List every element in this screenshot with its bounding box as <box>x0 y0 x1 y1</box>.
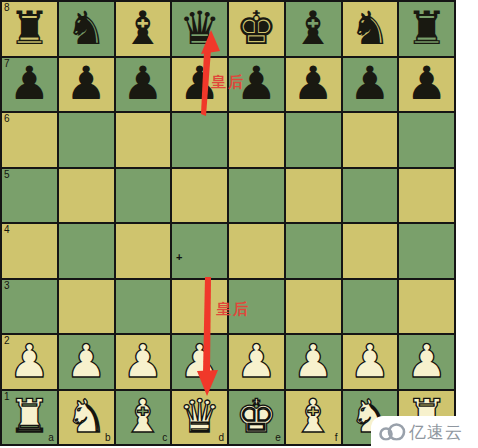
square-a8[interactable]: 8♜ <box>2 2 57 56</box>
piece-black-pawn: ♟ <box>122 60 163 106</box>
square-h2[interactable]: ♟ <box>399 335 454 389</box>
square-f4[interactable] <box>286 224 341 278</box>
square-a7[interactable]: 7♟ <box>2 58 57 112</box>
square-h5[interactable] <box>399 169 454 223</box>
piece-black-rook: ♜ <box>9 5 50 51</box>
square-h8[interactable]: ♜ <box>399 2 454 56</box>
square-f7[interactable]: ♟ <box>286 58 341 112</box>
square-a6[interactable]: 6 <box>2 113 57 167</box>
square-g2[interactable]: ♟ <box>343 335 398 389</box>
square-g4[interactable] <box>343 224 398 278</box>
square-h3[interactable] <box>399 280 454 334</box>
square-e1[interactable]: e♚ <box>229 391 284 445</box>
piece-white-bishop: ♝ <box>122 393 163 439</box>
square-g7[interactable]: ♟ <box>343 58 398 112</box>
piece-black-pawn: ♟ <box>293 60 334 106</box>
piece-white-pawn: ♟ <box>349 338 390 384</box>
square-f1[interactable]: f♝ <box>286 391 341 445</box>
square-f8[interactable]: ♝ <box>286 2 341 56</box>
piece-black-pawn: ♟ <box>66 60 107 106</box>
piece-white-pawn: ♟ <box>179 338 220 384</box>
piece-white-king: ♚ <box>236 393 277 439</box>
square-h6[interactable] <box>399 113 454 167</box>
square-a1[interactable]: 1a♜ <box>2 391 57 445</box>
file-label-f: f <box>335 433 338 443</box>
chess-screenshot: 8♜♞♝♛♚♝♞♜7♟♟♟♟♟♟♟♟65432♟♟♟♟♟♟♟♟1a♜b♞c♝d♛… <box>0 0 478 448</box>
square-b3[interactable] <box>59 280 114 334</box>
piece-white-pawn: ♟ <box>236 338 277 384</box>
square-c6[interactable] <box>116 113 171 167</box>
piece-black-queen: ♛ <box>179 5 220 51</box>
square-c1[interactable]: c♝ <box>116 391 171 445</box>
square-g8[interactable]: ♞ <box>343 2 398 56</box>
square-g6[interactable] <box>343 113 398 167</box>
rank-label-4: 4 <box>4 225 10 235</box>
square-a2[interactable]: 2♟ <box>2 335 57 389</box>
square-c3[interactable] <box>116 280 171 334</box>
square-b1[interactable]: b♞ <box>59 391 114 445</box>
piece-white-knight: ♞ <box>66 393 107 439</box>
square-c4[interactable] <box>116 224 171 278</box>
square-a5[interactable]: 5 <box>2 169 57 223</box>
square-a4[interactable]: 4 <box>2 224 57 278</box>
piece-black-knight: ♞ <box>349 5 390 51</box>
square-b6[interactable] <box>59 113 114 167</box>
cloud-logo-icon <box>378 421 406 443</box>
square-f2[interactable]: ♟ <box>286 335 341 389</box>
square-b5[interactable] <box>59 169 114 223</box>
square-b4[interactable] <box>59 224 114 278</box>
rank-label-3: 3 <box>4 281 10 291</box>
square-c8[interactable]: ♝ <box>116 2 171 56</box>
square-d8[interactable]: ♛ <box>172 2 227 56</box>
square-f6[interactable] <box>286 113 341 167</box>
watermark-text: 亿速云 <box>409 424 463 441</box>
square-g5[interactable] <box>343 169 398 223</box>
piece-black-pawn: ♟ <box>9 60 50 106</box>
square-a3[interactable]: 3 <box>2 280 57 334</box>
piece-white-pawn: ♟ <box>293 338 334 384</box>
square-d6[interactable] <box>172 113 227 167</box>
piece-white-pawn: ♟ <box>66 338 107 384</box>
piece-white-pawn: ♟ <box>122 338 163 384</box>
square-e4[interactable] <box>229 224 284 278</box>
chess-board: 8♜♞♝♛♚♝♞♜7♟♟♟♟♟♟♟♟65432♟♟♟♟♟♟♟♟1a♜b♞c♝d♛… <box>0 0 456 446</box>
square-b7[interactable]: ♟ <box>59 58 114 112</box>
watermark-badge: 亿速云 <box>371 416 478 448</box>
piece-black-king: ♚ <box>236 5 277 51</box>
piece-black-knight: ♞ <box>66 5 107 51</box>
piece-black-bishop: ♝ <box>293 5 334 51</box>
piece-black-pawn: ♟ <box>406 60 447 106</box>
queen-annotation-black: 皇后 <box>211 75 245 90</box>
square-e8[interactable]: ♚ <box>229 2 284 56</box>
piece-black-rook: ♜ <box>406 5 447 51</box>
piece-white-pawn: ♟ <box>9 338 50 384</box>
square-h4[interactable] <box>399 224 454 278</box>
rank-label-5: 5 <box>4 170 10 180</box>
square-h7[interactable]: ♟ <box>399 58 454 112</box>
rank-label-6: 6 <box>4 114 10 124</box>
square-c2[interactable]: ♟ <box>116 335 171 389</box>
square-e6[interactable] <box>229 113 284 167</box>
square-g3[interactable] <box>343 280 398 334</box>
piece-black-pawn: ♟ <box>349 60 390 106</box>
square-f5[interactable] <box>286 169 341 223</box>
square-b2[interactable]: ♟ <box>59 335 114 389</box>
square-c7[interactable]: ♟ <box>116 58 171 112</box>
square-d5[interactable] <box>172 169 227 223</box>
queen-annotation-white: 皇后 <box>216 302 250 317</box>
piece-black-bishop: ♝ <box>122 5 163 51</box>
square-b8[interactable]: ♞ <box>59 2 114 56</box>
square-c5[interactable] <box>116 169 171 223</box>
square-d2[interactable]: ♟ <box>172 335 227 389</box>
square-e2[interactable]: ♟ <box>229 335 284 389</box>
square-f3[interactable] <box>286 280 341 334</box>
cursor-mark: + <box>176 252 182 263</box>
piece-white-pawn: ♟ <box>406 338 447 384</box>
piece-white-queen: ♛ <box>179 393 220 439</box>
piece-white-bishop: ♝ <box>293 393 334 439</box>
square-d1[interactable]: d♛ <box>172 391 227 445</box>
square-e5[interactable] <box>229 169 284 223</box>
piece-white-rook: ♜ <box>9 393 50 439</box>
